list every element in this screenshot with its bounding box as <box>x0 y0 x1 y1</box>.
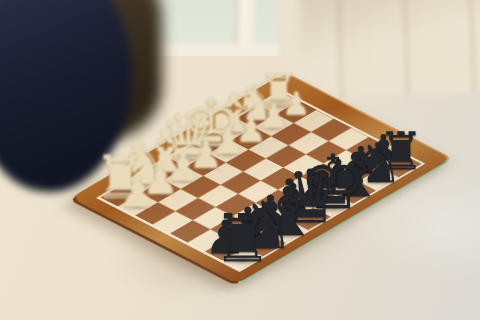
black-rook[interactable]: ♜ <box>213 206 272 272</box>
white-pawn[interactable]: ♟ <box>119 172 157 215</box>
wall-shadow <box>300 0 480 60</box>
photo-scene: Wooden chess set in starting position on… <box>0 0 480 320</box>
